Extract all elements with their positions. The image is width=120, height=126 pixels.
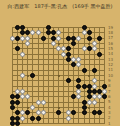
black-stone [82, 105, 87, 110]
black-stone [92, 68, 97, 73]
white-stone [25, 41, 30, 46]
white-stone [92, 78, 97, 83]
white-stone [56, 36, 61, 41]
white-stone [76, 94, 81, 99]
black-stone [82, 68, 87, 73]
white-stone [87, 100, 92, 105]
black-stone [87, 84, 92, 89]
black-stone [76, 78, 81, 83]
game-info-white: 白:西建军 [8, 3, 30, 9]
white-stone [20, 73, 25, 78]
white-stone [25, 94, 30, 99]
black-stone [66, 52, 71, 57]
star-point [58, 75, 60, 77]
white-stone [36, 100, 41, 105]
black-stone [102, 84, 107, 89]
white-stone [76, 57, 81, 62]
black-stone [87, 46, 92, 51]
white-stone [92, 46, 97, 51]
black-stone [76, 84, 81, 89]
white-stone [102, 89, 107, 94]
white-stone [20, 52, 25, 57]
grid-line-h [12, 123, 105, 124]
black-stone [20, 25, 25, 30]
white-stone [66, 116, 71, 121]
white-stone [92, 84, 97, 89]
black-stone [87, 89, 92, 94]
black-stone [82, 84, 87, 89]
black-stone [97, 52, 102, 57]
white-stone [92, 100, 97, 105]
white-stone [76, 36, 81, 41]
game-info-moves: 187手-黑:孔杰 [34, 3, 67, 9]
star-point [27, 107, 29, 109]
black-stone [41, 36, 46, 41]
game-info-bar: 白:西建军 187手-黑:孔杰 (169手 黑中盘胜) [0, 0, 120, 11]
black-stone [66, 46, 71, 51]
black-stone [46, 30, 51, 35]
white-stone [30, 105, 35, 110]
go-board-area: ABCDEFGHJKLMNOPQRST191817161514131211109… [0, 11, 120, 126]
white-stone [36, 110, 41, 115]
black-stone [97, 36, 102, 41]
black-stone [71, 110, 76, 115]
star-point [58, 43, 60, 45]
black-stone [71, 41, 76, 46]
star-point [58, 107, 60, 109]
black-stone [87, 94, 92, 99]
black-stone [56, 110, 61, 115]
grid-line-h [12, 118, 105, 119]
black-stone [102, 94, 107, 99]
black-stone [10, 105, 15, 110]
white-stone [76, 62, 81, 67]
star-point [88, 75, 90, 77]
grid-line-v [63, 27, 64, 124]
white-stone [36, 30, 41, 35]
white-stone [82, 30, 87, 35]
black-stone [46, 25, 51, 30]
black-stone [82, 25, 87, 30]
black-stone [15, 46, 20, 51]
black-stone [97, 110, 102, 115]
white-stone [41, 100, 46, 105]
black-stone [82, 100, 87, 105]
coord-label-right: 1 [108, 122, 111, 126]
black-stone [30, 73, 35, 78]
black-stone [87, 36, 92, 41]
black-stone [92, 110, 97, 115]
grid-line-v [78, 27, 79, 124]
black-stone [36, 116, 41, 121]
black-stone [87, 30, 92, 35]
white-stone [92, 41, 97, 46]
white-stone [41, 110, 46, 115]
star-point [88, 107, 90, 109]
game-info-result: (169手 黑中盘胜) [72, 3, 112, 9]
black-stone [30, 116, 35, 121]
black-stone [66, 78, 71, 83]
star-point [27, 75, 29, 77]
white-stone [51, 41, 56, 46]
white-stone [20, 116, 25, 121]
white-stone [76, 89, 81, 94]
white-stone [56, 30, 61, 35]
black-stone [25, 110, 30, 115]
star-point [88, 43, 90, 45]
white-stone [25, 36, 30, 41]
white-stone [92, 94, 97, 99]
white-stone [30, 30, 35, 35]
black-stone [15, 100, 20, 105]
white-stone [20, 89, 25, 94]
black-stone [82, 110, 87, 115]
grid-line-v [104, 27, 105, 124]
white-stone [82, 46, 87, 51]
go-board[interactable] [12, 27, 105, 124]
